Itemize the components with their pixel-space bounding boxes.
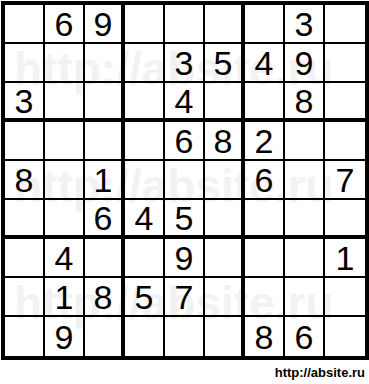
cell-r9c3[interactable] xyxy=(85,317,125,356)
cell-r5c8[interactable] xyxy=(285,161,325,200)
cell-r4c1[interactable] xyxy=(5,122,45,161)
cell-r7c2[interactable]: 4 xyxy=(45,239,85,278)
cell-r6c6[interactable] xyxy=(205,200,245,239)
cell-r1c1[interactable] xyxy=(5,5,45,44)
cell-r2c4[interactable] xyxy=(125,44,165,83)
site-url[interactable]: http://absite.ru xyxy=(275,365,365,380)
cell-r7c6[interactable] xyxy=(205,239,245,278)
cell-r9c8[interactable]: 6 xyxy=(285,317,325,356)
cell-r9c2[interactable]: 9 xyxy=(45,317,85,356)
cell-r4c5[interactable]: 6 xyxy=(165,122,205,161)
cell-r9c9[interactable] xyxy=(325,317,365,356)
cell-r5c9[interactable]: 7 xyxy=(325,161,365,200)
cell-r1c4[interactable] xyxy=(125,5,165,44)
cell-r9c1[interactable] xyxy=(5,317,45,356)
cell-r3c6[interactable] xyxy=(205,83,245,122)
cell-r6c8[interactable] xyxy=(285,200,325,239)
cell-r3c4[interactable] xyxy=(125,83,165,122)
cell-r5c1[interactable]: 8 xyxy=(5,161,45,200)
cell-r1c9[interactable] xyxy=(325,5,365,44)
sudoku-page: http://absite.ru http://absite.ru http:/… xyxy=(0,0,369,384)
cell-r8c3[interactable]: 8 xyxy=(85,278,125,317)
cell-r5c3[interactable]: 1 xyxy=(85,161,125,200)
cell-r5c6[interactable] xyxy=(205,161,245,200)
cell-r2c1[interactable] xyxy=(5,44,45,83)
cell-r1c2[interactable]: 6 xyxy=(45,5,85,44)
cell-r6c5[interactable]: 5 xyxy=(165,200,205,239)
cell-r1c6[interactable] xyxy=(205,5,245,44)
cell-r5c7[interactable]: 6 xyxy=(245,161,285,200)
cell-r4c4[interactable] xyxy=(125,122,165,161)
cell-r7c8[interactable] xyxy=(285,239,325,278)
cell-r3c3[interactable] xyxy=(85,83,125,122)
cell-r9c6[interactable] xyxy=(205,317,245,356)
cell-r8c2[interactable]: 1 xyxy=(45,278,85,317)
cell-r2c2[interactable] xyxy=(45,44,85,83)
cell-r6c3[interactable]: 6 xyxy=(85,200,125,239)
cell-r2c6[interactable]: 5 xyxy=(205,44,245,83)
cell-r3c1[interactable]: 3 xyxy=(5,83,45,122)
cell-r8c7[interactable] xyxy=(245,278,285,317)
cell-r3c5[interactable]: 4 xyxy=(165,83,205,122)
cell-r3c9[interactable] xyxy=(325,83,365,122)
cell-r4c9[interactable] xyxy=(325,122,365,161)
cell-r4c6[interactable]: 8 xyxy=(205,122,245,161)
cell-r7c5[interactable]: 9 xyxy=(165,239,205,278)
cell-r8c5[interactable]: 7 xyxy=(165,278,205,317)
cell-r6c7[interactable] xyxy=(245,200,285,239)
cell-r6c9[interactable] xyxy=(325,200,365,239)
cell-r2c3[interactable] xyxy=(85,44,125,83)
cell-r4c2[interactable] xyxy=(45,122,85,161)
cell-r5c2[interactable] xyxy=(45,161,85,200)
cell-r3c8[interactable]: 8 xyxy=(285,83,325,122)
cell-r3c2[interactable] xyxy=(45,83,85,122)
cell-r2c7[interactable]: 4 xyxy=(245,44,285,83)
cell-r1c7[interactable] xyxy=(245,5,285,44)
cell-r7c1[interactable] xyxy=(5,239,45,278)
cell-r9c7[interactable]: 8 xyxy=(245,317,285,356)
cell-r7c9[interactable]: 1 xyxy=(325,239,365,278)
cell-r8c1[interactable] xyxy=(5,278,45,317)
cell-r8c6[interactable] xyxy=(205,278,245,317)
cell-r7c7[interactable] xyxy=(245,239,285,278)
cell-r4c7[interactable]: 2 xyxy=(245,122,285,161)
cell-r3c7[interactable] xyxy=(245,83,285,122)
sudoku-board: 693354934868281676454911857986 xyxy=(1,1,369,360)
cell-r6c1[interactable] xyxy=(5,200,45,239)
cell-r5c5[interactable] xyxy=(165,161,205,200)
cell-r1c8[interactable]: 3 xyxy=(285,5,325,44)
cell-r1c5[interactable] xyxy=(165,5,205,44)
cell-r4c8[interactable] xyxy=(285,122,325,161)
cell-r2c5[interactable]: 3 xyxy=(165,44,205,83)
cell-r7c4[interactable] xyxy=(125,239,165,278)
cell-r8c8[interactable] xyxy=(285,278,325,317)
cell-r9c5[interactable] xyxy=(165,317,205,356)
cell-r6c2[interactable] xyxy=(45,200,85,239)
cell-r9c4[interactable] xyxy=(125,317,165,356)
cell-r8c9[interactable] xyxy=(325,278,365,317)
cell-r1c3[interactable]: 9 xyxy=(85,5,125,44)
cell-r7c3[interactable] xyxy=(85,239,125,278)
cell-r6c4[interactable]: 4 xyxy=(125,200,165,239)
cell-r2c8[interactable]: 9 xyxy=(285,44,325,83)
cell-r5c4[interactable] xyxy=(125,161,165,200)
cell-r2c9[interactable] xyxy=(325,44,365,83)
cell-r8c4[interactable]: 5 xyxy=(125,278,165,317)
cell-r4c3[interactable] xyxy=(85,122,125,161)
